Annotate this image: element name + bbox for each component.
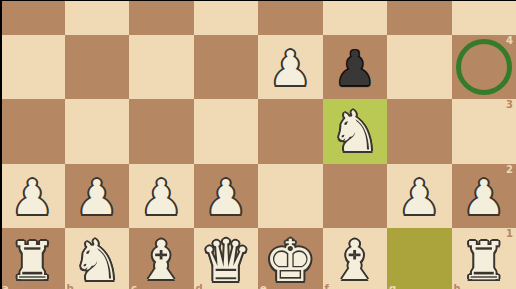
file-coordinate-c: c [131,284,137,289]
square-c3[interactable] [129,99,194,164]
square-e5[interactable] [258,0,323,35]
file-coordinate-a: a [2,284,9,289]
rank-coordinate-3: 3 [506,100,513,110]
white-pawn[interactable]: ♟ [11,173,54,221]
square-h1[interactable]: ♜1h [452,228,516,289]
letterbox-left-edge [0,0,2,289]
file-coordinate-b: b [67,284,74,289]
square-f4[interactable]: ♟ [323,35,388,100]
square-f5[interactable] [323,0,388,35]
square-b3[interactable] [65,99,130,164]
square-e2[interactable] [258,164,323,229]
square-b5[interactable] [65,0,130,35]
square-a1[interactable]: ♜a [0,228,65,289]
white-knight[interactable]: ♞ [330,104,380,160]
square-b4[interactable] [65,35,130,100]
rank-coordinate-4: 4 [506,36,513,46]
square-f3[interactable]: ♞ [323,99,388,164]
square-a3[interactable] [0,99,65,164]
square-c4[interactable] [129,35,194,100]
square-d4[interactable] [194,35,259,100]
square-e1[interactable]: ♚e [258,228,323,289]
white-pawn[interactable]: ♟ [204,173,247,221]
black-pawn[interactable]: ♟ [333,44,376,92]
white-pawn[interactable]: ♟ [398,173,441,221]
square-b1[interactable]: ♞b [65,228,130,289]
square-d5[interactable] [194,0,259,35]
square-h5[interactable] [452,0,516,35]
white-pawn[interactable]: ♟ [269,44,312,92]
square-a2[interactable]: ♟ [0,164,65,229]
square-c5[interactable] [129,0,194,35]
square-f2[interactable] [323,164,388,229]
square-g2[interactable]: ♟ [387,164,452,229]
square-d3[interactable] [194,99,259,164]
square-b2[interactable]: ♟ [65,164,130,229]
white-knight[interactable]: ♞ [72,233,122,289]
square-c2[interactable]: ♟ [129,164,194,229]
square-h4[interactable]: 4 [452,35,516,100]
annotation-circle-h4 [456,39,513,96]
square-h2[interactable]: ♟2 [452,164,516,229]
white-bishop[interactable]: ♝ [331,234,379,288]
square-g5[interactable] [387,0,452,35]
file-coordinate-h: h [454,284,461,289]
white-pawn[interactable]: ♟ [75,173,118,221]
square-d2[interactable]: ♟ [194,164,259,229]
square-a5[interactable] [0,0,65,35]
square-f1[interactable]: ♝f [323,228,388,289]
white-king[interactable]: ♚ [264,232,316,289]
white-pawn[interactable]: ♟ [140,173,183,221]
square-d1[interactable]: ♛d [194,228,259,289]
file-coordinate-d: d [196,284,203,289]
white-bishop[interactable]: ♝ [137,234,185,288]
square-e4[interactable]: ♟ [258,35,323,100]
square-a4[interactable] [0,35,65,100]
white-rook[interactable]: ♜ [460,235,507,287]
white-pawn[interactable]: ♟ [462,173,505,221]
file-coordinate-g: g [389,284,396,289]
square-e3[interactable] [258,99,323,164]
rank-coordinate-2: 2 [506,165,513,175]
rank-coordinate-1: 1 [506,229,513,239]
chess-board[interactable]: ♟♟4♞3♟♟♟♟♟♟2♜a♞b♝c♛d♚e♝fg♜1h [0,0,516,289]
white-rook[interactable]: ♜ [9,235,56,287]
file-coordinate-f: f [325,284,329,289]
file-coordinate-e: e [260,284,267,289]
square-g1[interactable]: g [387,228,452,289]
square-g3[interactable] [387,99,452,164]
letterbox-top-edge [0,0,516,1]
square-h3[interactable]: 3 [452,99,516,164]
square-g4[interactable] [387,35,452,100]
white-queen[interactable]: ♛ [200,232,252,289]
square-c1[interactable]: ♝c [129,228,194,289]
